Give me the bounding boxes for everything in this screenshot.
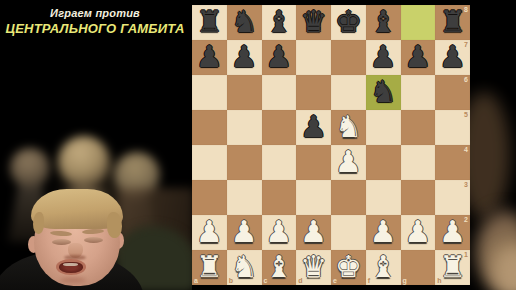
square-a7[interactable]: ♟	[192, 40, 227, 75]
white-bishop: ♝	[370, 252, 397, 282]
square-h2[interactable]: ♟2	[435, 215, 470, 250]
left-panel: Играем против ЦЕНТРАЛЬНОГО ГАМБИТА	[0, 0, 192, 290]
square-e6[interactable]	[331, 75, 366, 110]
coordinate-rank-3: 3	[464, 181, 468, 188]
square-e8[interactable]: ♚	[331, 5, 366, 40]
square-b1[interactable]: ♞b	[227, 250, 262, 285]
square-d6[interactable]	[296, 75, 331, 110]
presenter-eye	[84, 237, 103, 243]
video-frame: Играем против ЦЕНТРАЛЬНОГО ГАМБИТА ♜♞♝♛♚…	[0, 0, 516, 290]
black-knight: ♞	[370, 77, 397, 107]
square-c7[interactable]: ♟	[262, 40, 297, 75]
coordinate-rank-8: 8	[464, 6, 468, 13]
black-pawn: ♟	[370, 42, 397, 72]
square-g8[interactable]	[401, 5, 436, 40]
white-rook: ♜	[196, 252, 223, 282]
square-h5[interactable]: 5	[435, 110, 470, 145]
right-backdrop	[470, 0, 516, 290]
square-a3[interactable]	[192, 180, 227, 215]
square-f7[interactable]: ♟	[366, 40, 401, 75]
square-c5[interactable]	[262, 110, 297, 145]
square-c4[interactable]	[262, 145, 297, 180]
black-pawn: ♟	[404, 42, 431, 72]
square-f8[interactable]: ♝	[366, 5, 401, 40]
coordinate-file-a: a	[194, 277, 198, 284]
white-pawn: ♟	[231, 217, 258, 247]
black-rook: ♜	[439, 7, 466, 37]
square-a1[interactable]: ♜a	[192, 250, 227, 285]
coordinate-rank-7: 7	[464, 41, 468, 48]
coordinate-rank-5: 5	[464, 111, 468, 118]
square-f1[interactable]: ♝f	[366, 250, 401, 285]
white-pawn: ♟	[265, 217, 292, 247]
square-g1[interactable]: g	[401, 250, 436, 285]
chess-board[interactable]: ♜♞♝♛♚♝♜8♟♟♟♟♟♟7♞6♟♞5♟43♟♟♟♟♟♟♟2♜a♞b♝c♛d♚…	[192, 5, 470, 285]
white-pawn: ♟	[439, 217, 466, 247]
square-c3[interactable]	[262, 180, 297, 215]
presenter-teeth	[63, 263, 78, 266]
square-b7[interactable]: ♟	[227, 40, 262, 75]
square-e3[interactable]	[331, 180, 366, 215]
black-pawn: ♟	[265, 42, 292, 72]
square-d8[interactable]: ♛	[296, 5, 331, 40]
square-h7[interactable]: ♟7	[435, 40, 470, 75]
square-g6[interactable]	[401, 75, 436, 110]
square-c8[interactable]: ♝	[262, 5, 297, 40]
square-g5[interactable]	[401, 110, 436, 145]
black-pawn: ♟	[439, 42, 466, 72]
square-a8[interactable]: ♜	[192, 5, 227, 40]
square-b8[interactable]: ♞	[227, 5, 262, 40]
square-a5[interactable]	[192, 110, 227, 145]
square-c1[interactable]: ♝c	[262, 250, 297, 285]
square-h6[interactable]: 6	[435, 75, 470, 110]
video-title-line1: Играем против	[0, 8, 190, 20]
coordinate-file-e: e	[333, 277, 337, 284]
white-queen: ♛	[300, 252, 327, 282]
black-pawn: ♟	[231, 42, 258, 72]
presenter-webcam	[0, 0, 192, 290]
square-e4[interactable]: ♟	[331, 145, 366, 180]
square-f6[interactable]: ♞	[366, 75, 401, 110]
blurred-piece-shadow	[470, 92, 510, 218]
square-d3[interactable]	[296, 180, 331, 215]
black-knight: ♞	[231, 7, 258, 37]
white-pawn: ♟	[300, 217, 327, 247]
square-d2[interactable]: ♟	[296, 215, 331, 250]
coordinate-file-d: d	[298, 277, 302, 284]
presenter-eye	[52, 239, 71, 245]
white-knight: ♞	[231, 252, 258, 282]
white-pawn: ♟	[335, 147, 362, 177]
square-b5[interactable]	[227, 110, 262, 145]
black-rook: ♜	[196, 7, 223, 37]
black-pawn: ♟	[196, 42, 223, 72]
white-knight: ♞	[335, 112, 362, 142]
coordinate-file-c: c	[264, 277, 268, 284]
square-c6[interactable]	[262, 75, 297, 110]
square-a4[interactable]	[192, 145, 227, 180]
presenter-hair-side	[33, 212, 44, 234]
black-bishop: ♝	[265, 7, 292, 37]
square-b3[interactable]	[227, 180, 262, 215]
square-b6[interactable]	[227, 75, 262, 110]
white-pawn: ♟	[196, 217, 223, 247]
white-king: ♚	[335, 252, 362, 282]
square-h1[interactable]: ♜1h	[435, 250, 470, 285]
square-e1[interactable]: ♚e	[331, 250, 366, 285]
square-d5[interactable]: ♟	[296, 110, 331, 145]
square-e7[interactable]	[331, 40, 366, 75]
square-e5[interactable]: ♞	[331, 110, 366, 145]
square-g4[interactable]	[401, 145, 436, 180]
presenter-hair-side	[107, 212, 122, 238]
black-bishop: ♝	[370, 7, 397, 37]
square-b4[interactable]	[227, 145, 262, 180]
coordinate-file-g: g	[403, 277, 407, 284]
square-a6[interactable]	[192, 75, 227, 110]
square-f4[interactable]	[366, 145, 401, 180]
white-pawn: ♟	[404, 217, 431, 247]
square-g2[interactable]: ♟	[401, 215, 436, 250]
coordinate-file-f: f	[368, 277, 370, 284]
square-d4[interactable]	[296, 145, 331, 180]
coordinate-rank-4: 4	[464, 146, 468, 153]
white-bishop: ♝	[265, 252, 292, 282]
square-e2[interactable]	[331, 215, 366, 250]
coordinate-rank-2: 2	[464, 216, 468, 223]
coordinate-file-b: b	[229, 277, 233, 284]
square-f2[interactable]: ♟	[366, 215, 401, 250]
square-h8[interactable]: ♜8	[435, 5, 470, 40]
coordinate-rank-6: 6	[464, 76, 468, 83]
coordinate-rank-1: 1	[464, 251, 468, 258]
square-g3[interactable]	[401, 180, 436, 215]
coordinate-file-h: h	[437, 277, 441, 284]
black-pawn: ♟	[300, 112, 327, 142]
presenter-chin-shadow	[60, 277, 86, 283]
black-king: ♚	[335, 7, 362, 37]
square-f5[interactable]	[366, 110, 401, 145]
white-rook: ♜	[439, 252, 466, 282]
white-pawn: ♟	[370, 217, 397, 247]
video-title: Играем против ЦЕНТРАЛЬНОГО ГАМБИТА	[0, 8, 190, 35]
square-d7[interactable]	[296, 40, 331, 75]
square-c2[interactable]: ♟	[262, 215, 297, 250]
square-b2[interactable]: ♟	[227, 215, 262, 250]
square-a2[interactable]: ♟	[192, 215, 227, 250]
square-d1[interactable]: ♛d	[296, 250, 331, 285]
black-queen: ♛	[300, 7, 327, 37]
square-f3[interactable]	[366, 180, 401, 215]
video-title-line2: ЦЕНТРАЛЬНОГО ГАМБИТА	[0, 22, 190, 36]
square-h4[interactable]: 4	[435, 145, 470, 180]
square-g7[interactable]: ♟	[401, 40, 436, 75]
square-h3[interactable]: 3	[435, 180, 470, 215]
